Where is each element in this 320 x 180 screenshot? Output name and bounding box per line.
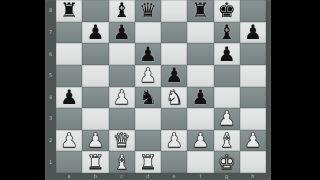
square-c1[interactable]: ♝	[109, 151, 135, 173]
piece-white-pawn[interactable]: ♟	[86, 130, 104, 151]
piece-white-pawn[interactable]: ♟	[218, 108, 236, 129]
square-d2[interactable]	[135, 130, 161, 152]
file-label-h: h	[240, 173, 266, 180]
square-h5[interactable]	[240, 65, 266, 87]
piece-white-pawn[interactable]: ♟	[139, 65, 157, 86]
file-label-g: g	[214, 173, 240, 180]
piece-white-pawn[interactable]: ♟	[191, 130, 209, 151]
piece-white-queen[interactable]: ♛	[113, 130, 131, 151]
board-grid[interactable]: ♜♝♛♜♚♟♟♝♟♟♟♟♟♟♟♞♞♟♟♟♟♛♟♟♝♟♜♝♜♚	[56, 0, 266, 173]
rank-label-5: 5	[45, 65, 56, 87]
square-b8[interactable]	[82, 0, 108, 22]
square-e7[interactable]	[161, 22, 187, 44]
rank-label-3: 3	[45, 108, 56, 130]
piece-black-pawn[interactable]: ♟	[191, 86, 209, 107]
rank-label-8: 8	[45, 0, 56, 22]
square-b6[interactable]	[82, 43, 108, 65]
piece-white-king[interactable]: ♚	[218, 151, 236, 172]
piece-black-pawn[interactable]: ♟	[244, 21, 262, 42]
square-g3[interactable]: ♟	[214, 108, 240, 130]
square-a7[interactable]	[56, 22, 82, 44]
piece-black-pawn[interactable]: ♟	[60, 86, 78, 107]
piece-white-rook[interactable]: ♜	[139, 151, 157, 172]
square-a6[interactable]	[56, 43, 82, 65]
rank-label-6: 6	[45, 43, 56, 65]
square-e5[interactable]: ♟	[161, 65, 187, 87]
piece-black-rook[interactable]: ♜	[60, 0, 78, 21]
square-h2[interactable]: ♟	[240, 130, 266, 152]
square-b3[interactable]	[82, 108, 108, 130]
piece-black-pawn[interactable]: ♟	[113, 21, 131, 42]
piece-white-rook[interactable]: ♜	[86, 151, 104, 172]
rank-labels: 87654321	[45, 0, 56, 173]
square-d5[interactable]: ♟	[135, 65, 161, 87]
square-b7[interactable]: ♟	[82, 22, 108, 44]
square-e8[interactable]	[161, 0, 187, 22]
square-d6[interactable]: ♟	[135, 43, 161, 65]
square-g2[interactable]: ♝	[214, 130, 240, 152]
square-c3[interactable]	[109, 108, 135, 130]
square-c5[interactable]	[109, 65, 135, 87]
square-f7[interactable]	[187, 22, 213, 44]
piece-black-pawn[interactable]: ♟	[218, 43, 236, 64]
square-g1[interactable]: ♚	[214, 151, 240, 173]
piece-white-pawn[interactable]: ♟	[244, 130, 262, 151]
video-frame: 87654321 ♜♝♛♜♚♟♟♝♟♟♟♟♟♟♟♞♞♟♟♟♟♛♟♟♝♟♜♝♜♚ …	[0, 0, 320, 180]
square-a3[interactable]	[56, 108, 82, 130]
square-a5[interactable]	[56, 65, 82, 87]
square-a1[interactable]	[56, 151, 82, 173]
square-d8[interactable]: ♛	[135, 0, 161, 22]
square-b2[interactable]: ♟	[82, 130, 108, 152]
piece-black-pawn[interactable]: ♟	[165, 65, 183, 86]
square-b4[interactable]	[82, 87, 108, 109]
letterbox-left	[0, 0, 45, 180]
square-d4[interactable]: ♞	[135, 87, 161, 109]
piece-white-pawn[interactable]: ♟	[165, 130, 183, 151]
square-e6[interactable]	[161, 43, 187, 65]
square-h3[interactable]	[240, 108, 266, 130]
file-label-b: b	[82, 173, 108, 180]
file-labels: abcdefgh	[56, 173, 266, 180]
square-f3[interactable]	[187, 108, 213, 130]
square-h4[interactable]	[240, 87, 266, 109]
file-label-e: e	[161, 173, 187, 180]
square-c6[interactable]	[109, 43, 135, 65]
square-e2[interactable]: ♟	[161, 130, 187, 152]
square-h1[interactable]	[240, 151, 266, 173]
square-h7[interactable]: ♟	[240, 22, 266, 44]
file-label-f: f	[187, 173, 213, 180]
chess-board: 87654321 ♜♝♛♜♚♟♟♝♟♟♟♟♟♟♟♞♞♟♟♟♟♛♟♟♝♟♜♝♜♚ …	[45, 0, 271, 180]
letterbox-right	[271, 0, 320, 180]
square-c4[interactable]: ♟	[109, 87, 135, 109]
square-d7[interactable]	[135, 22, 161, 44]
square-h8[interactable]	[240, 0, 266, 22]
piece-white-bishop[interactable]: ♝	[113, 151, 131, 172]
piece-black-bishop[interactable]: ♝	[113, 0, 131, 21]
square-e1[interactable]	[161, 151, 187, 173]
square-h6[interactable]	[240, 43, 266, 65]
piece-black-pawn[interactable]: ♟	[86, 21, 104, 42]
square-f2[interactable]: ♟	[187, 130, 213, 152]
square-g8[interactable]: ♚	[214, 0, 240, 22]
square-f6[interactable]	[187, 43, 213, 65]
piece-white-bishop[interactable]: ♝	[218, 130, 236, 151]
square-c7[interactable]: ♟	[109, 22, 135, 44]
piece-white-pawn[interactable]: ♟	[113, 86, 131, 107]
piece-black-rook[interactable]: ♜	[191, 0, 209, 21]
piece-black-knight[interactable]: ♞	[139, 86, 157, 107]
square-d1[interactable]: ♜	[135, 151, 161, 173]
piece-black-queen[interactable]: ♛	[139, 0, 157, 21]
square-c8[interactable]: ♝	[109, 0, 135, 22]
square-b5[interactable]	[82, 65, 108, 87]
piece-black-bishop[interactable]: ♝	[218, 21, 236, 42]
square-f8[interactable]: ♜	[187, 0, 213, 22]
rank-label-4: 4	[45, 87, 56, 109]
square-f1[interactable]	[187, 151, 213, 173]
square-c2[interactable]: ♛	[109, 130, 135, 152]
square-f5[interactable]	[187, 65, 213, 87]
square-e3[interactable]	[161, 108, 187, 130]
piece-white-knight[interactable]: ♞	[165, 86, 183, 107]
square-a8[interactable]: ♜	[56, 0, 82, 22]
piece-black-king[interactable]: ♚	[218, 0, 236, 21]
piece-white-pawn[interactable]: ♟	[60, 130, 78, 151]
square-g5[interactable]	[214, 65, 240, 87]
square-g4[interactable]	[214, 87, 240, 109]
square-g6[interactable]: ♟	[214, 43, 240, 65]
piece-black-pawn[interactable]: ♟	[139, 43, 157, 64]
file-label-a: a	[56, 173, 82, 180]
square-b1[interactable]: ♜	[82, 151, 108, 173]
square-d3[interactable]	[135, 108, 161, 130]
rank-label-2: 2	[45, 130, 56, 152]
square-g7[interactable]: ♝	[214, 22, 240, 44]
square-e4[interactable]: ♞	[161, 87, 187, 109]
square-a2[interactable]: ♟	[56, 130, 82, 152]
rank-label-7: 7	[45, 22, 56, 44]
square-f4[interactable]: ♟	[187, 87, 213, 109]
rank-label-1: 1	[45, 151, 56, 173]
file-label-c: c	[109, 173, 135, 180]
file-label-d: d	[135, 173, 161, 180]
square-a4[interactable]: ♟	[56, 87, 82, 109]
